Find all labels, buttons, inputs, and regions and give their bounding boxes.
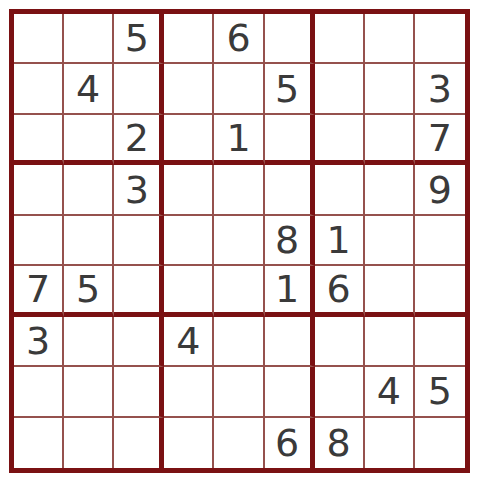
- cell-r5c4-empty[interactable]: [164, 216, 214, 266]
- cell-r1c9-empty[interactable]: [415, 14, 465, 64]
- cell-r4c7-empty[interactable]: [315, 165, 365, 215]
- cell-r9c3-empty[interactable]: [114, 418, 164, 468]
- cell-r3c4-empty[interactable]: [164, 115, 214, 165]
- cell-r4c9-given[interactable]: 9: [415, 165, 465, 215]
- cell-r6c6-given[interactable]: 1: [265, 266, 315, 316]
- cell-r3c5-given[interactable]: 1: [214, 115, 264, 165]
- cell-r6c7-given[interactable]: 6: [315, 266, 365, 316]
- cell-r9c4-empty[interactable]: [164, 418, 214, 468]
- cell-r4c3-given[interactable]: 3: [114, 165, 164, 215]
- cell-r1c4-empty[interactable]: [164, 14, 214, 64]
- cell-r5c5-empty[interactable]: [214, 216, 264, 266]
- cell-r6c8-empty[interactable]: [365, 266, 415, 316]
- cell-r1c3-given[interactable]: 5: [114, 14, 164, 64]
- cell-r5c6-given[interactable]: 8: [265, 216, 315, 266]
- cell-r7c1-given[interactable]: 3: [14, 317, 64, 367]
- cell-r8c8-given[interactable]: 4: [365, 367, 415, 417]
- cell-r6c3-empty[interactable]: [114, 266, 164, 316]
- cell-r8c2-empty[interactable]: [64, 367, 114, 417]
- cell-r9c9-empty[interactable]: [415, 418, 465, 468]
- cell-r7c6-empty[interactable]: [265, 317, 315, 367]
- cell-r7c8-empty[interactable]: [365, 317, 415, 367]
- cell-r3c1-empty[interactable]: [14, 115, 64, 165]
- cell-r8c3-empty[interactable]: [114, 367, 164, 417]
- cell-r5c8-empty[interactable]: [365, 216, 415, 266]
- cell-r6c2-given[interactable]: 5: [64, 266, 114, 316]
- cell-r9c6-given[interactable]: 6: [265, 418, 315, 468]
- cell-r5c2-empty[interactable]: [64, 216, 114, 266]
- cell-r8c7-empty[interactable]: [315, 367, 365, 417]
- cell-r3c8-empty[interactable]: [365, 115, 415, 165]
- cell-r5c1-empty[interactable]: [14, 216, 64, 266]
- cell-r2c3-empty[interactable]: [114, 64, 164, 114]
- cell-r5c7-given[interactable]: 1: [315, 216, 365, 266]
- cell-r8c1-empty[interactable]: [14, 367, 64, 417]
- cell-r6c5-empty[interactable]: [214, 266, 264, 316]
- cell-r1c7-empty[interactable]: [315, 14, 365, 64]
- cell-r3c9-given[interactable]: 7: [415, 115, 465, 165]
- cell-r1c5-given[interactable]: 6: [214, 14, 264, 64]
- cell-r4c5-empty[interactable]: [214, 165, 264, 215]
- cell-r3c7-empty[interactable]: [315, 115, 365, 165]
- cell-r3c3-given[interactable]: 2: [114, 115, 164, 165]
- cell-r4c8-empty[interactable]: [365, 165, 415, 215]
- cell-r2c2-given[interactable]: 4: [64, 64, 114, 114]
- cell-r1c2-empty[interactable]: [64, 14, 114, 64]
- cell-r7c9-empty[interactable]: [415, 317, 465, 367]
- cell-r4c1-empty[interactable]: [14, 165, 64, 215]
- cell-r6c1-given[interactable]: 7: [14, 266, 64, 316]
- cell-r4c4-empty[interactable]: [164, 165, 214, 215]
- cell-r5c3-empty[interactable]: [114, 216, 164, 266]
- cell-r7c5-empty[interactable]: [214, 317, 264, 367]
- cell-r2c1-empty[interactable]: [14, 64, 64, 114]
- cell-r2c7-empty[interactable]: [315, 64, 365, 114]
- cell-r3c6-empty[interactable]: [265, 115, 315, 165]
- cell-r6c9-empty[interactable]: [415, 266, 465, 316]
- cell-r9c2-empty[interactable]: [64, 418, 114, 468]
- cell-r6c4-empty[interactable]: [164, 266, 214, 316]
- cell-r8c5-empty[interactable]: [214, 367, 264, 417]
- cell-r8c9-given[interactable]: 5: [415, 367, 465, 417]
- cell-r4c2-empty[interactable]: [64, 165, 114, 215]
- cell-r9c7-given[interactable]: 8: [315, 418, 365, 468]
- cell-r4c6-empty[interactable]: [265, 165, 315, 215]
- cell-r8c4-empty[interactable]: [164, 367, 214, 417]
- cell-r9c5-empty[interactable]: [214, 418, 264, 468]
- cell-r1c1-empty[interactable]: [14, 14, 64, 64]
- cell-r2c5-empty[interactable]: [214, 64, 264, 114]
- cell-r2c9-given[interactable]: 3: [415, 64, 465, 114]
- cell-r2c6-given[interactable]: 5: [265, 64, 315, 114]
- cell-r9c1-empty[interactable]: [14, 418, 64, 468]
- cell-r5c9-empty[interactable]: [415, 216, 465, 266]
- cell-r1c8-empty[interactable]: [365, 14, 415, 64]
- cell-r7c7-empty[interactable]: [315, 317, 365, 367]
- cell-r2c4-empty[interactable]: [164, 64, 214, 114]
- cell-r2c8-empty[interactable]: [365, 64, 415, 114]
- sudoku-board: 5645321739817516344568: [9, 9, 470, 473]
- cell-r1c6-empty[interactable]: [265, 14, 315, 64]
- cell-r7c3-empty[interactable]: [114, 317, 164, 367]
- cell-r8c6-empty[interactable]: [265, 367, 315, 417]
- cell-r3c2-empty[interactable]: [64, 115, 114, 165]
- cell-r7c4-given[interactable]: 4: [164, 317, 214, 367]
- cell-r9c8-empty[interactable]: [365, 418, 415, 468]
- cell-r7c2-empty[interactable]: [64, 317, 114, 367]
